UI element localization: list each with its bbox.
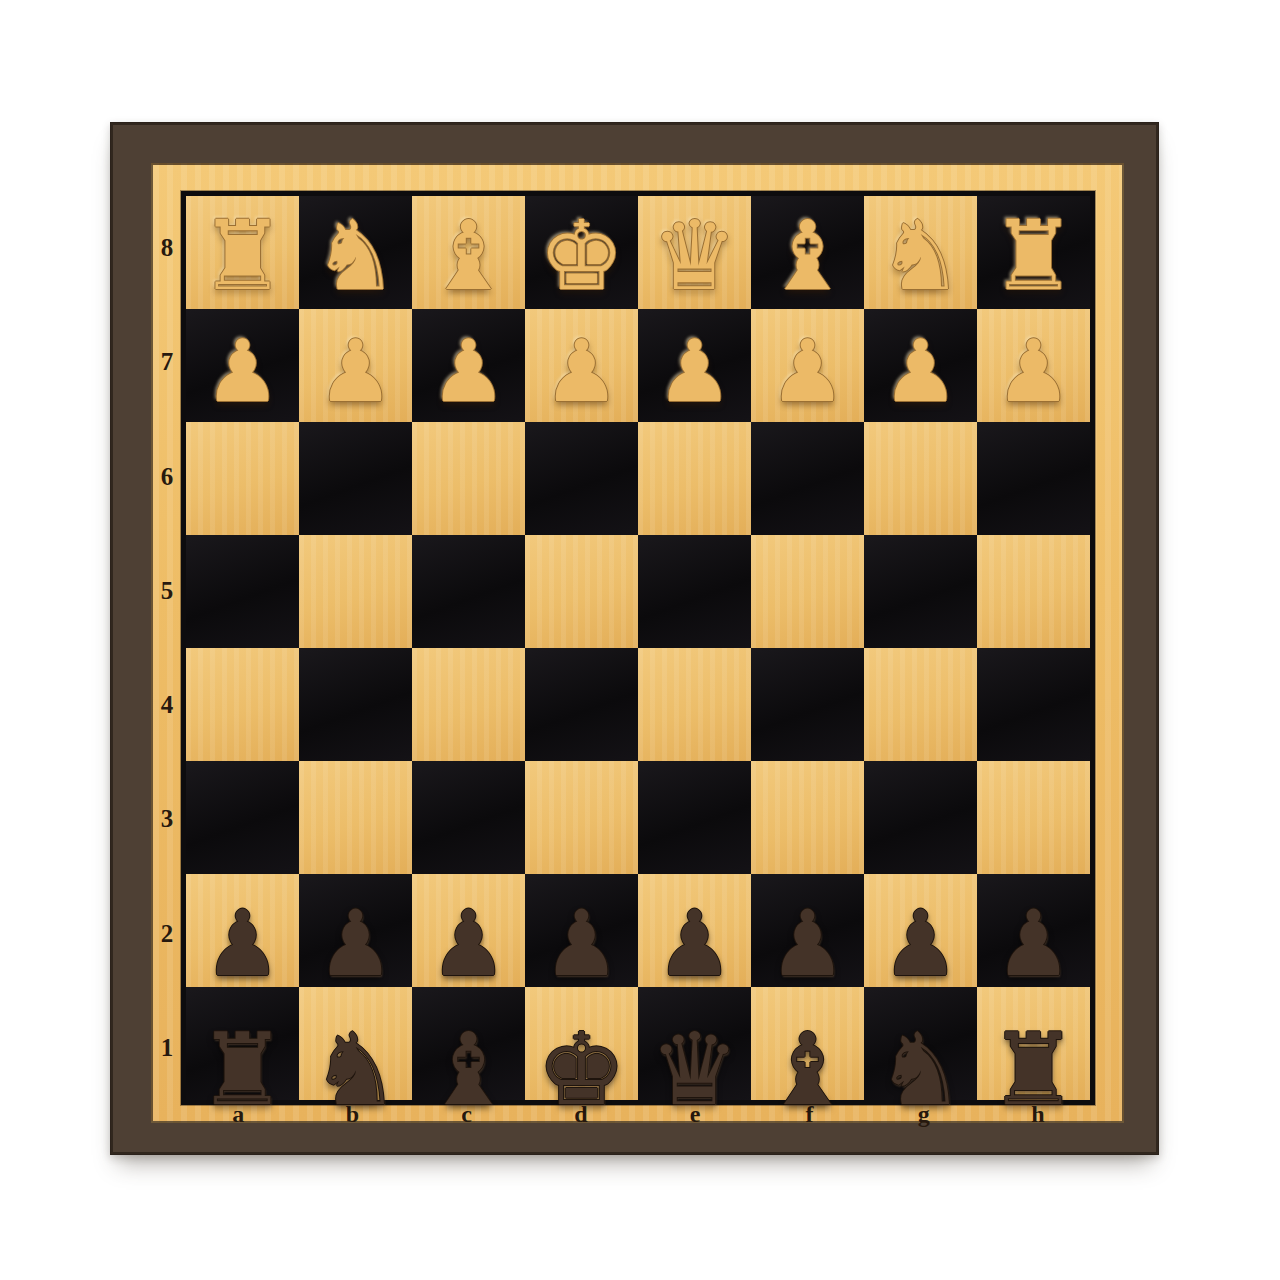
square-f8[interactable]: ♝ — [751, 196, 864, 309]
square-f6[interactable] — [751, 422, 864, 535]
square-h6[interactable] — [977, 422, 1090, 535]
black-rook-h1[interactable]: ♜ — [975, 1011, 1093, 1129]
rank-labels: 87654321 — [153, 191, 181, 1105]
square-c3[interactable] — [412, 761, 525, 874]
square-e4[interactable] — [638, 648, 751, 761]
white-pawn-f7[interactable]: ♟ — [751, 314, 864, 427]
white-knight-g8[interactable]: ♞ — [864, 199, 977, 312]
square-a3[interactable] — [186, 761, 299, 874]
black-pawn-a2[interactable]: ♟ — [186, 883, 299, 1003]
square-b1[interactable]: ♞ — [299, 987, 412, 1100]
square-a1[interactable]: ♜ — [186, 987, 299, 1100]
square-a2[interactable]: ♟ — [186, 874, 299, 987]
square-g4[interactable] — [864, 648, 977, 761]
square-c2[interactable]: ♟ — [412, 874, 525, 987]
black-rook-a1[interactable]: ♜ — [184, 1011, 302, 1129]
black-pawn-h2[interactable]: ♟ — [977, 883, 1090, 1003]
white-pawn-e7[interactable]: ♟ — [638, 314, 751, 427]
square-a8[interactable]: ♜ — [186, 196, 299, 309]
rank-label-7: 7 — [153, 305, 181, 419]
black-pawn-b2[interactable]: ♟ — [299, 883, 412, 1003]
black-knight-g1[interactable]: ♞ — [862, 1011, 980, 1129]
white-pawn-a7[interactable]: ♟ — [186, 314, 299, 427]
square-b2[interactable]: ♟ — [299, 874, 412, 987]
white-pawn-c7[interactable]: ♟ — [412, 314, 525, 427]
square-h7[interactable]: ♟ — [977, 309, 1090, 422]
rank-label-4: 4 — [153, 648, 181, 762]
white-bishop-f8[interactable]: ♝ — [751, 199, 864, 312]
rank-label-2: 2 — [153, 877, 181, 991]
rank-label-6: 6 — [153, 420, 181, 534]
black-bishop-c1[interactable]: ♝ — [410, 1011, 528, 1129]
square-f7[interactable]: ♟ — [751, 309, 864, 422]
square-b3[interactable] — [299, 761, 412, 874]
square-d8[interactable]: ♚ — [525, 196, 638, 309]
square-c7[interactable]: ♟ — [412, 309, 525, 422]
square-c1[interactable]: ♝ — [412, 987, 525, 1100]
rank-label-8: 8 — [153, 191, 181, 305]
square-e8[interactable]: ♛ — [638, 196, 751, 309]
rank-label-1: 1 — [153, 991, 181, 1105]
square-e5[interactable] — [638, 535, 751, 648]
square-h3[interactable] — [977, 761, 1090, 874]
square-h2[interactable]: ♟ — [977, 874, 1090, 987]
white-pawn-b7[interactable]: ♟ — [299, 314, 412, 427]
square-d6[interactable] — [525, 422, 638, 535]
square-d1[interactable]: ♚ — [525, 987, 638, 1100]
rank-label-3: 3 — [153, 762, 181, 876]
square-g5[interactable] — [864, 535, 977, 648]
white-rook-h8[interactable]: ♜ — [977, 199, 1090, 312]
square-c8[interactable]: ♝ — [412, 196, 525, 309]
chess-board: 87654321 abcdefgh ♜♞♝♚♛♝♞♜♟♟♟♟♟♟♟♟♟♟♟♟♟♟… — [110, 122, 1159, 1155]
square-f4[interactable] — [751, 648, 864, 761]
white-pawn-h7[interactable]: ♟ — [977, 314, 1090, 427]
square-a6[interactable] — [186, 422, 299, 535]
square-g6[interactable] — [864, 422, 977, 535]
square-f2[interactable]: ♟ — [751, 874, 864, 987]
square-e3[interactable] — [638, 761, 751, 874]
square-g2[interactable]: ♟ — [864, 874, 977, 987]
white-rook-a8[interactable]: ♜ — [186, 199, 299, 312]
square-b4[interactable] — [299, 648, 412, 761]
square-b8[interactable]: ♞ — [299, 196, 412, 309]
square-g7[interactable]: ♟ — [864, 309, 977, 422]
black-knight-b1[interactable]: ♞ — [297, 1011, 415, 1129]
square-c4[interactable] — [412, 648, 525, 761]
square-d7[interactable]: ♟ — [525, 309, 638, 422]
square-f5[interactable] — [751, 535, 864, 648]
square-g1[interactable]: ♞ — [864, 987, 977, 1100]
square-h8[interactable]: ♜ — [977, 196, 1090, 309]
white-king-d8[interactable]: ♚ — [525, 199, 638, 312]
square-c6[interactable] — [412, 422, 525, 535]
rank-label-5: 5 — [153, 534, 181, 648]
white-bishop-c8[interactable]: ♝ — [412, 199, 525, 312]
square-a4[interactable] — [186, 648, 299, 761]
black-pawn-e2[interactable]: ♟ — [638, 883, 751, 1003]
black-king-d1[interactable]: ♚ — [523, 1011, 641, 1129]
board-grid: ♜♞♝♚♛♝♞♜♟♟♟♟♟♟♟♟♟♟♟♟♟♟♟♟♜♞♝♚♛♝♞♜ — [181, 191, 1095, 1105]
square-b6[interactable] — [299, 422, 412, 535]
square-d2[interactable]: ♟ — [525, 874, 638, 987]
square-g3[interactable] — [864, 761, 977, 874]
square-a5[interactable] — [186, 535, 299, 648]
square-a7[interactable]: ♟ — [186, 309, 299, 422]
square-d3[interactable] — [525, 761, 638, 874]
black-queen-e1[interactable]: ♛ — [636, 1011, 754, 1129]
square-e1[interactable]: ♛ — [638, 987, 751, 1100]
square-f1[interactable]: ♝ — [751, 987, 864, 1100]
square-b5[interactable] — [299, 535, 412, 648]
square-d5[interactable] — [525, 535, 638, 648]
white-pawn-d7[interactable]: ♟ — [525, 314, 638, 427]
square-h1[interactable]: ♜ — [977, 987, 1090, 1100]
square-b7[interactable]: ♟ — [299, 309, 412, 422]
black-pawn-d2[interactable]: ♟ — [525, 883, 638, 1003]
black-pawn-g2[interactable]: ♟ — [864, 883, 977, 1003]
white-pawn-g7[interactable]: ♟ — [864, 314, 977, 427]
square-h4[interactable] — [977, 648, 1090, 761]
black-pawn-c2[interactable]: ♟ — [412, 883, 525, 1003]
board-border-band: 87654321 abcdefgh ♜♞♝♚♛♝♞♜♟♟♟♟♟♟♟♟♟♟♟♟♟♟… — [151, 163, 1124, 1123]
black-pawn-f2[interactable]: ♟ — [751, 883, 864, 1003]
square-g8[interactable]: ♞ — [864, 196, 977, 309]
square-h5[interactable] — [977, 535, 1090, 648]
square-e2[interactable]: ♟ — [638, 874, 751, 987]
square-e7[interactable]: ♟ — [638, 309, 751, 422]
square-f3[interactable] — [751, 761, 864, 874]
white-queen-e8[interactable]: ♛ — [638, 199, 751, 312]
square-e6[interactable] — [638, 422, 751, 535]
white-knight-b8[interactable]: ♞ — [299, 199, 412, 312]
black-bishop-f1[interactable]: ♝ — [749, 1011, 867, 1129]
square-c5[interactable] — [412, 535, 525, 648]
square-d4[interactable] — [525, 648, 638, 761]
